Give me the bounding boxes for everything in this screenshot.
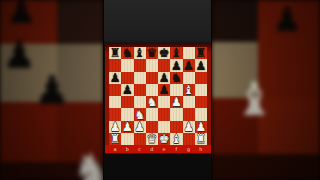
square-d1[interactable]: ♛	[146, 133, 158, 145]
square-b7[interactable]	[121, 59, 133, 71]
square-c7[interactable]	[134, 59, 146, 71]
square-a1[interactable]: ♜	[109, 133, 121, 145]
square-b1[interactable]	[121, 133, 133, 145]
file-label-f: f	[170, 145, 182, 153]
file-label-b: b	[121, 145, 133, 153]
square-e2[interactable]	[158, 121, 170, 133]
square-g4[interactable]	[183, 96, 195, 108]
square-f2[interactable]	[170, 121, 182, 133]
square-b2[interactable]: ♟	[121, 121, 133, 133]
video-content-strip: ♜♞♝♛♚♝♜♟♟♟♟♟♞♟♟♝♞♟♞♟♟♟♟♟♜♛♚♝♜ abcdefgh	[103, 0, 212, 180]
square-f1[interactable]: ♝	[170, 133, 182, 145]
square-h4[interactable]	[195, 96, 207, 108]
square-g6[interactable]	[183, 72, 195, 84]
square-g1[interactable]	[183, 133, 195, 145]
file-label-d: d	[146, 145, 158, 153]
square-a8[interactable]: ♜	[109, 47, 121, 59]
square-b8[interactable]: ♞	[121, 47, 133, 59]
square-f5[interactable]	[170, 84, 182, 96]
square-b5[interactable]: ♟	[121, 84, 133, 96]
square-f4[interactable]: ♟	[170, 96, 182, 108]
square-f6[interactable]: ♞	[170, 72, 182, 84]
file-label-h: h	[195, 145, 207, 153]
video-frame: ♟♟♟♟♝♞ ♜♞♝♛♚♝♜♟♟♟♟♟♞♟♟♝♞♟♞♟♟♟♟♟♜♛♚♝♜ abc…	[0, 0, 320, 180]
square-d2[interactable]	[146, 121, 158, 133]
square-g2[interactable]: ♟	[183, 121, 195, 133]
square-h2[interactable]: ♟	[195, 121, 207, 133]
square-b3[interactable]	[121, 108, 133, 120]
square-f8[interactable]: ♝	[170, 47, 182, 59]
square-e5[interactable]: ♟	[158, 84, 170, 96]
square-a4[interactable]	[109, 96, 121, 108]
square-g3[interactable]	[183, 108, 195, 120]
file-label-g: g	[183, 145, 195, 153]
square-a6[interactable]: ♟	[109, 72, 121, 84]
square-d5[interactable]	[146, 84, 158, 96]
square-c8[interactable]: ♝	[134, 47, 146, 59]
square-b4[interactable]	[121, 96, 133, 108]
square-e1[interactable]: ♚	[158, 133, 170, 145]
square-c5[interactable]	[134, 84, 146, 96]
square-h6[interactable]	[195, 72, 207, 84]
square-g5[interactable]: ♝	[183, 84, 195, 96]
board-frame: ♜♞♝♛♚♝♜♟♟♟♟♟♞♟♟♝♞♟♞♟♟♟♟♟♜♛♚♝♜ abcdefgh	[105, 44, 211, 154]
square-d8[interactable]: ♛	[146, 47, 158, 59]
square-b6[interactable]	[121, 72, 133, 84]
square-h7[interactable]: ♟	[195, 59, 207, 71]
file-label-e: e	[158, 145, 170, 153]
square-a5[interactable]	[109, 84, 121, 96]
square-d6[interactable]	[146, 72, 158, 84]
square-c4[interactable]	[134, 96, 146, 108]
square-a3[interactable]	[109, 108, 121, 120]
square-h3[interactable]	[195, 108, 207, 120]
square-h8[interactable]: ♜	[195, 47, 207, 59]
square-g8[interactable]	[183, 47, 195, 59]
square-d3[interactable]	[146, 108, 158, 120]
square-c3[interactable]: ♞	[134, 108, 146, 120]
square-f7[interactable]: ♟	[170, 59, 182, 71]
square-c1[interactable]	[134, 133, 146, 145]
square-g7[interactable]: ♟	[183, 59, 195, 71]
square-e8[interactable]: ♚	[158, 47, 170, 59]
square-a7[interactable]	[109, 59, 121, 71]
square-e6[interactable]: ♟	[158, 72, 170, 84]
file-label-a: a	[109, 145, 121, 153]
file-label-c: c	[134, 145, 146, 153]
square-c2[interactable]: ♟	[134, 121, 146, 133]
square-e3[interactable]	[158, 108, 170, 120]
square-e7[interactable]	[158, 59, 170, 71]
square-h1[interactable]: ♜	[195, 133, 207, 145]
square-d4[interactable]: ♞	[146, 96, 158, 108]
square-c6[interactable]	[134, 72, 146, 84]
square-e4[interactable]	[158, 96, 170, 108]
square-a2[interactable]: ♟	[109, 121, 121, 133]
square-d7[interactable]	[146, 59, 158, 71]
square-h5[interactable]	[195, 84, 207, 96]
file-labels: abcdefgh	[105, 145, 211, 153]
square-f3[interactable]	[170, 108, 182, 120]
chess-board: ♜♞♝♛♚♝♜♟♟♟♟♟♞♟♟♝♞♟♞♟♟♟♟♟♜♛♚♝♜	[109, 47, 207, 145]
